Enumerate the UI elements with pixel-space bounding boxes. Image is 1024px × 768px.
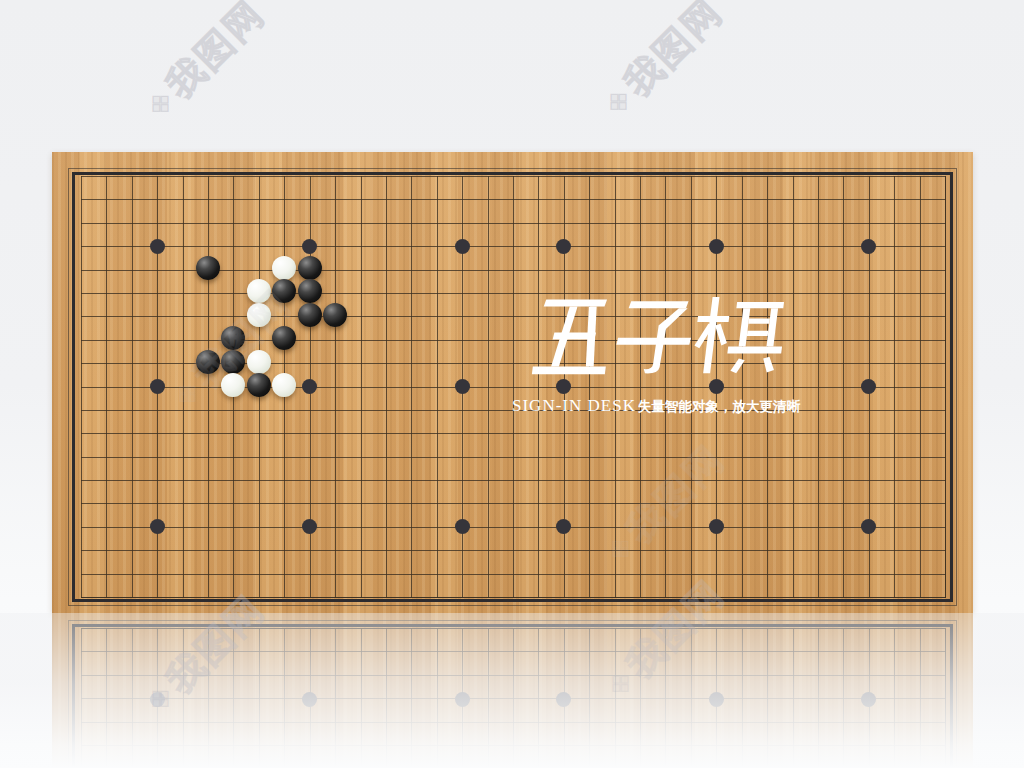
star-point <box>302 239 317 254</box>
white-stone <box>247 303 271 327</box>
char-zi <box>613 301 696 373</box>
black-stone <box>298 303 322 327</box>
subtitle-latin: SIGN-IN DESK <box>512 396 636 415</box>
star-point <box>150 379 165 394</box>
watermark-logo-icon: ❖ <box>598 79 643 124</box>
title-calligraphy <box>528 290 780 382</box>
star-point <box>861 239 876 254</box>
black-stone <box>247 373 271 397</box>
board-grid <box>81 176 946 598</box>
star-point <box>455 239 470 254</box>
star-point <box>709 239 724 254</box>
watermark-text: 我图网 <box>616 0 731 104</box>
subtitle-chinese: 失量智能对象，放大更清晰 <box>638 399 800 414</box>
board-reflection-area: 五子棋 SIGN-IN DESK失量智能对象，放大更清晰 <box>0 613 1024 768</box>
black-stone <box>196 256 220 280</box>
black-stone <box>221 350 245 374</box>
poster-canvas: 五子棋 SIGN-IN DESK失量智能对象，放大更清晰 <box>0 0 1024 768</box>
star-point <box>150 239 165 254</box>
reflection-fade <box>0 613 1024 768</box>
black-stone <box>323 303 347 327</box>
go-board: 五子棋 SIGN-IN DESK失量智能对象，放大更清晰 <box>52 152 973 613</box>
star-point <box>150 519 165 534</box>
watermark-logo-icon: ❖ <box>140 81 185 126</box>
char-wu <box>532 300 614 375</box>
watermark: ❖我图网 <box>134 0 276 131</box>
watermark: ❖我图网 <box>592 0 734 129</box>
star-point <box>455 519 470 534</box>
black-stone <box>196 350 220 374</box>
star-point <box>455 379 470 394</box>
white-stone <box>247 350 271 374</box>
subtitle: SIGN-IN DESK失量智能对象，放大更清晰 <box>512 396 800 416</box>
black-stone <box>298 256 322 280</box>
char-qi <box>691 297 788 373</box>
black-stone <box>298 279 322 303</box>
watermark-text: 我图网 <box>158 0 273 106</box>
star-point <box>556 239 571 254</box>
title-block: 五子棋 SIGN-IN DESK失量智能对象，放大更清晰 <box>528 290 858 382</box>
